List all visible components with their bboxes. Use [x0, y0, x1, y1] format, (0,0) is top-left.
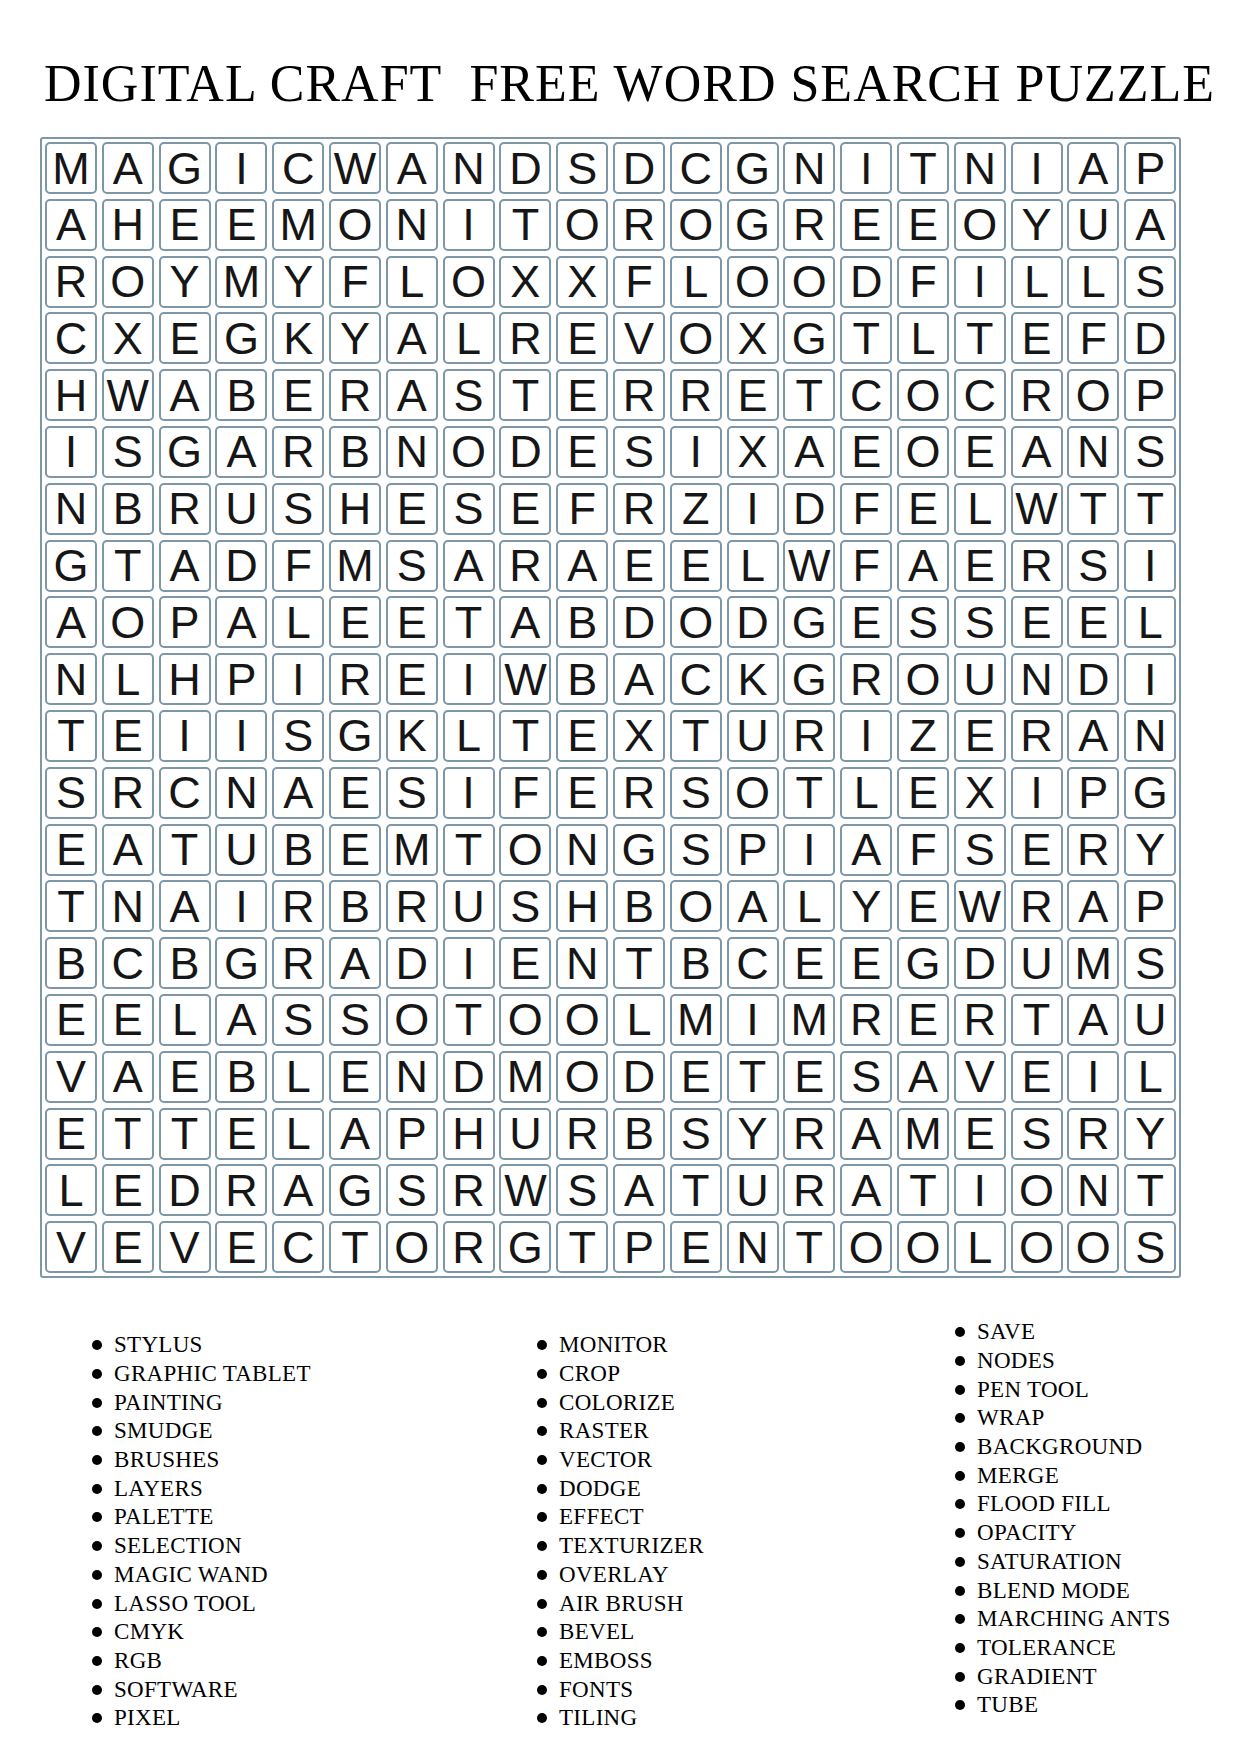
grid-cell-r5c15: C [840, 369, 892, 421]
grid-cell-r13c19: R [1067, 824, 1119, 876]
grid-cell-r3c11: F [613, 256, 665, 308]
grid-cell-r18c16: M [897, 1108, 949, 1160]
grid-cell-r16c4: A [215, 994, 267, 1046]
grid-cell-r3c3: Y [159, 256, 211, 308]
grid-cell-r15c7: D [386, 937, 438, 989]
grid-cell-r14c1: T [45, 880, 97, 932]
word-label: LASSO TOOL [114, 1591, 256, 1617]
grid-cell-r13c8: T [443, 824, 495, 876]
word-label: CMYK [114, 1619, 184, 1645]
grid-cell-r15c16: G [897, 937, 949, 989]
grid-cell-r19c1: L [45, 1164, 97, 1216]
grid-cell-r13c17: S [954, 824, 1006, 876]
grid-cell-r5c3: A [159, 369, 211, 421]
grid-cell-r18c9: U [499, 1108, 551, 1160]
grid-cell-r8c3: A [159, 540, 211, 592]
grid-cell-r12c10: E [556, 767, 608, 819]
grid-cell-r15c6: A [329, 937, 381, 989]
grid-cell-r2c2: H [102, 199, 154, 251]
grid-cell-r14c7: R [386, 880, 438, 932]
grid-cell-r1c9: D [499, 142, 551, 194]
grid-cell-r15c9: E [499, 937, 551, 989]
grid-cell-r4c10: E [556, 312, 608, 364]
grid-cell-r6c16: O [897, 426, 949, 478]
page-title: DIGITAL CRAFT FREE WORD SEARCH PUZZLE [44, 54, 1215, 113]
grid-cell-r8c14: W [783, 540, 835, 592]
grid-cell-r15c2: C [102, 937, 154, 989]
grid-cell-r12c6: E [329, 767, 381, 819]
word-label: TEXTURIZER [559, 1533, 704, 1559]
word-label: BRUSHES [114, 1447, 220, 1473]
grid-cell-r2c19: U [1067, 199, 1119, 251]
grid-cell-r16c17: R [954, 994, 1006, 1046]
bullet-icon [537, 1398, 547, 1408]
grid-cell-r6c2: S [102, 426, 154, 478]
grid-cell-r10c1: N [45, 653, 97, 705]
grid-cell-r2c3: E [159, 199, 211, 251]
grid-cell-r1c19: A [1067, 142, 1119, 194]
word-list-item: SAVE [955, 1318, 1171, 1347]
grid-cell-r19c8: R [443, 1164, 495, 1216]
grid-cell-r18c20: Y [1124, 1108, 1176, 1160]
grid-cell-r6c5: R [272, 426, 324, 478]
grid-cell-r11c16: Z [897, 710, 949, 762]
grid-cell-r10c6: R [329, 653, 381, 705]
bullet-icon [537, 1426, 547, 1436]
grid-cell-r16c13: I [727, 994, 779, 1046]
grid-cell-r5c20: P [1124, 369, 1176, 421]
grid-cell-r13c18: E [1011, 824, 1063, 876]
grid-cell-r4c12: O [670, 312, 722, 364]
word-list-column-2: MONITORCROPCOLORIZERASTERVECTORDODGEEFFE… [537, 1331, 704, 1733]
grid-cell-r16c12: M [670, 994, 722, 1046]
grid-cell-r9c4: A [215, 596, 267, 648]
grid-cell-r6c4: A [215, 426, 267, 478]
grid-cell-r9c2: O [102, 596, 154, 648]
bullet-icon [537, 1713, 547, 1723]
grid-cell-r19c14: R [783, 1164, 835, 1216]
grid-cell-r17c11: D [613, 1051, 665, 1103]
word-list-item: EMBOSS [537, 1647, 704, 1676]
grid-cell-r2c9: T [499, 199, 551, 251]
word-label: COLORIZE [559, 1390, 675, 1416]
grid-cell-r1c8: N [443, 142, 495, 194]
grid-cell-r10c17: U [954, 653, 1006, 705]
grid-cell-r10c15: R [840, 653, 892, 705]
grid-cell-r17c18: E [1011, 1051, 1063, 1103]
word-list-item: MAGIC WAND [92, 1561, 311, 1590]
grid-cell-r9c1: A [45, 596, 97, 648]
grid-cell-r18c6: A [329, 1108, 381, 1160]
grid-cell-r6c1: I [45, 426, 97, 478]
grid-cell-r6c13: X [727, 426, 779, 478]
grid-cell-r17c10: O [556, 1051, 608, 1103]
grid-cell-r11c5: S [272, 710, 324, 762]
grid-cell-r5c16: O [897, 369, 949, 421]
bullet-icon [92, 1541, 102, 1551]
grid-cell-r19c18: O [1011, 1164, 1063, 1216]
grid-cell-r5c19: O [1067, 369, 1119, 421]
word-label: MONITOR [559, 1332, 668, 1358]
grid-cell-r20c15: O [840, 1221, 892, 1273]
grid-cell-r10c9: W [499, 653, 551, 705]
grid-cell-r3c9: X [499, 256, 551, 308]
word-list-item: SMUDGE [92, 1417, 311, 1446]
grid-cell-r13c1: E [45, 824, 97, 876]
word-list-item: LAYERS [92, 1474, 311, 1503]
word-list-column-1: STYLUSGRAPHIC TABLETPAINTINGSMUDGEBRUSHE… [92, 1331, 311, 1733]
grid-cell-r17c8: D [443, 1051, 495, 1103]
grid-cell-r16c20: U [1124, 994, 1176, 1046]
grid-cell-r17c2: A [102, 1051, 154, 1103]
grid-cell-r11c10: E [556, 710, 608, 762]
bullet-icon [92, 1455, 102, 1465]
grid-cell-r6c15: E [840, 426, 892, 478]
bullet-icon [955, 1586, 965, 1596]
grid-cell-r10c3: H [159, 653, 211, 705]
grid-cell-r9c18: E [1011, 596, 1063, 648]
grid-cell-r4c5: K [272, 312, 324, 364]
bullet-icon [537, 1599, 547, 1609]
grid-cell-r7c18: W [1011, 483, 1063, 535]
grid-cell-r5c2: W [102, 369, 154, 421]
grid-cell-r1c18: I [1011, 142, 1063, 194]
word-label: GRADIENT [977, 1664, 1097, 1690]
grid-cell-r9c6: E [329, 596, 381, 648]
grid-cell-r1c1: M [45, 142, 97, 194]
grid-cell-r3c4: M [215, 256, 267, 308]
grid-cell-r2c10: O [556, 199, 608, 251]
grid-cell-r8c17: E [954, 540, 1006, 592]
bullet-icon [955, 1327, 965, 1337]
grid-cell-r9c5: L [272, 596, 324, 648]
grid-cell-r1c2: A [102, 142, 154, 194]
grid-cell-r14c17: W [954, 880, 1006, 932]
word-list-item: MONITOR [537, 1331, 704, 1360]
grid-cell-r7c5: S [272, 483, 324, 535]
bullet-icon [955, 1528, 965, 1538]
grid-cell-r9c13: D [727, 596, 779, 648]
grid-cell-r10c11: A [613, 653, 665, 705]
grid-cell-r10c2: L [102, 653, 154, 705]
grid-cell-r1c14: N [783, 142, 835, 194]
grid-cell-r18c7: P [386, 1108, 438, 1160]
word-list-item: OPACITY [955, 1519, 1171, 1548]
word-list-item: MERGE [955, 1461, 1171, 1490]
grid-cell-r10c20: I [1124, 653, 1176, 705]
grid-cell-r12c9: F [499, 767, 551, 819]
grid-cell-r19c12: T [670, 1164, 722, 1216]
grid-cell-r12c5: A [272, 767, 324, 819]
grid-cell-r18c11: B [613, 1108, 665, 1160]
grid-cell-r15c19: M [1067, 937, 1119, 989]
grid-cell-r1c11: D [613, 142, 665, 194]
grid-cell-r16c1: E [45, 994, 97, 1046]
grid-cell-r9c7: E [386, 596, 438, 648]
grid-cell-r4c18: E [1011, 312, 1063, 364]
grid-cell-r10c16: O [897, 653, 949, 705]
grid-cell-r18c5: L [272, 1108, 324, 1160]
grid-cell-r5c7: A [386, 369, 438, 421]
grid-cell-r16c16: E [897, 994, 949, 1046]
grid-cell-r1c5: C [272, 142, 324, 194]
grid-cell-r5c8: S [443, 369, 495, 421]
grid-cell-r18c17: E [954, 1108, 1006, 1160]
grid-cell-r18c18: S [1011, 1108, 1063, 1160]
grid-cell-r3c15: D [840, 256, 892, 308]
grid-cell-r7c19: T [1067, 483, 1119, 535]
grid-cell-r2c8: I [443, 199, 495, 251]
grid-cell-r20c20: S [1124, 1221, 1176, 1273]
grid-cell-r16c15: R [840, 994, 892, 1046]
grid-cell-r10c12: C [670, 653, 722, 705]
grid-cell-r16c3: L [159, 994, 211, 1046]
word-label: SMUDGE [114, 1418, 213, 1444]
grid-cell-r2c13: G [727, 199, 779, 251]
bullet-icon [537, 1512, 547, 1522]
grid-cell-r13c2: A [102, 824, 154, 876]
bullet-icon [92, 1369, 102, 1379]
grid-cell-r4c16: L [897, 312, 949, 364]
grid-cell-r8c15: F [840, 540, 892, 592]
grid-cell-r5c13: E [727, 369, 779, 421]
grid-cell-r5c10: E [556, 369, 608, 421]
grid-cell-r3c5: Y [272, 256, 324, 308]
grid-cell-r8c8: A [443, 540, 495, 592]
word-label: TUBE [977, 1692, 1038, 1718]
word-label: WRAP [977, 1405, 1045, 1431]
grid-cell-r4c14: G [783, 312, 835, 364]
bullet-icon [92, 1685, 102, 1695]
grid-cell-r15c10: N [556, 937, 608, 989]
grid-cell-r3c14: O [783, 256, 835, 308]
bullet-icon [92, 1599, 102, 1609]
grid-cell-r10c10: B [556, 653, 608, 705]
grid-cell-r17c6: E [329, 1051, 381, 1103]
grid-cell-r11c7: K [386, 710, 438, 762]
grid-cell-r19c7: S [386, 1164, 438, 1216]
grid-cell-r6c20: S [1124, 426, 1176, 478]
grid-cell-r17c15: S [840, 1051, 892, 1103]
grid-cell-r12c3: C [159, 767, 211, 819]
bullet-icon [955, 1385, 965, 1395]
grid-cell-r1c20: P [1124, 142, 1176, 194]
grid-cell-r18c3: T [159, 1108, 211, 1160]
word-list-item: BACKGROUND [955, 1433, 1171, 1462]
word-list-column-3: SAVENODESPEN TOOLWRAPBACKGROUNDMERGEFLOO… [955, 1318, 1171, 1720]
grid-cell-r10c8: I [443, 653, 495, 705]
word-list-item: TEXTURIZER [537, 1532, 704, 1561]
grid-cell-r19c13: U [727, 1164, 779, 1216]
grid-cell-r10c4: P [215, 653, 267, 705]
grid-cell-r17c16: A [897, 1051, 949, 1103]
grid-cell-r11c12: T [670, 710, 722, 762]
word-label: CROP [559, 1361, 620, 1387]
grid-cell-r11c4: I [215, 710, 267, 762]
grid-cell-r2c16: E [897, 199, 949, 251]
grid-cell-r19c5: A [272, 1164, 324, 1216]
grid-cell-r11c1: T [45, 710, 97, 762]
grid-cell-r20c3: V [159, 1221, 211, 1273]
grid-cell-r4c2: X [102, 312, 154, 364]
grid-cell-r7c11: R [613, 483, 665, 535]
grid-cell-r7c1: N [45, 483, 97, 535]
grid-cell-r18c12: S [670, 1108, 722, 1160]
grid-cell-r8c1: G [45, 540, 97, 592]
word-list-item: COLORIZE [537, 1388, 704, 1417]
grid-cell-r3c7: L [386, 256, 438, 308]
grid-cell-r20c4: E [215, 1221, 267, 1273]
grid-cell-r11c3: I [159, 710, 211, 762]
grid-cell-r15c3: B [159, 937, 211, 989]
word-list-item: PALETTE [92, 1503, 311, 1532]
grid-cell-r19c9: W [499, 1164, 551, 1216]
word-list-item: BRUSHES [92, 1446, 311, 1475]
grid-cell-r19c17: I [954, 1164, 1006, 1216]
grid-cell-r14c2: N [102, 880, 154, 932]
grid-cell-r17c13: T [727, 1051, 779, 1103]
word-label: MERGE [977, 1463, 1059, 1489]
grid-cell-r12c11: R [613, 767, 665, 819]
word-search-grid: MAGICWANDSDCGNITNIAPAHEEMONITOROGREEOYUA… [40, 137, 1181, 1278]
grid-cell-r20c16: O [897, 1221, 949, 1273]
bullet-icon [537, 1369, 547, 1379]
grid-cell-r6c12: I [670, 426, 722, 478]
grid-cell-r8c10: A [556, 540, 608, 592]
grid-cell-r16c18: T [1011, 994, 1063, 1046]
grid-cell-r17c3: E [159, 1051, 211, 1103]
word-label: MARCHING ANTS [977, 1606, 1171, 1632]
grid-cell-r9c11: D [613, 596, 665, 648]
word-label: BEVEL [559, 1619, 635, 1645]
word-label: VECTOR [559, 1447, 652, 1473]
grid-cell-r2c7: N [386, 199, 438, 251]
grid-cell-r9c8: T [443, 596, 495, 648]
bullet-icon [92, 1570, 102, 1580]
grid-cell-r8c16: A [897, 540, 949, 592]
grid-cell-r12c12: S [670, 767, 722, 819]
grid-cell-r14c11: B [613, 880, 665, 932]
grid-cell-r5c11: R [613, 369, 665, 421]
grid-cell-r11c9: T [499, 710, 551, 762]
grid-cell-r15c12: B [670, 937, 722, 989]
bullet-icon [92, 1627, 102, 1637]
grid-cell-r7c15: F [840, 483, 892, 535]
word-label: GRAPHIC TABLET [114, 1361, 311, 1387]
word-list-item: SELECTION [92, 1532, 311, 1561]
grid-cell-r15c11: T [613, 937, 665, 989]
word-label: OPACITY [977, 1520, 1077, 1546]
grid-cell-r13c15: A [840, 824, 892, 876]
word-list-item: PIXEL [92, 1704, 311, 1733]
grid-cell-r4c13: X [727, 312, 779, 364]
bullet-icon [955, 1614, 965, 1624]
grid-cell-r1c16: T [897, 142, 949, 194]
grid-cell-r17c20: L [1124, 1051, 1176, 1103]
bullet-icon [537, 1455, 547, 1465]
grid-cell-r9c20: L [1124, 596, 1176, 648]
grid-cell-r13c7: M [386, 824, 438, 876]
grid-cell-r4c19: F [1067, 312, 1119, 364]
grid-cell-r20c19: O [1067, 1221, 1119, 1273]
grid-cell-r8c18: R [1011, 540, 1063, 592]
word-label: BACKGROUND [977, 1434, 1142, 1460]
grid-cell-r8c12: E [670, 540, 722, 592]
grid-cell-r10c7: E [386, 653, 438, 705]
grid-cell-r2c11: R [613, 199, 665, 251]
grid-cell-r13c6: E [329, 824, 381, 876]
word-list-item: SATURATION [955, 1548, 1171, 1577]
grid-cell-r20c17: L [954, 1221, 1006, 1273]
grid-cell-r18c4: E [215, 1108, 267, 1160]
word-label: NODES [977, 1348, 1055, 1374]
grid-cell-r14c9: S [499, 880, 551, 932]
word-label: SATURATION [977, 1549, 1122, 1575]
grid-cell-r14c5: R [272, 880, 324, 932]
grid-cell-r20c13: N [727, 1221, 779, 1273]
grid-cell-r13c3: T [159, 824, 211, 876]
grid-cell-r12c7: S [386, 767, 438, 819]
word-label: TILING [559, 1705, 637, 1731]
grid-cell-r15c1: B [45, 937, 97, 989]
word-label: EFFECT [559, 1504, 644, 1530]
grid-cell-r3c19: L [1067, 256, 1119, 308]
grid-cell-r9c10: B [556, 596, 608, 648]
grid-cell-r6c17: E [954, 426, 1006, 478]
word-list-item: EFFECT [537, 1503, 704, 1532]
grid-cell-r1c15: I [840, 142, 892, 194]
grid-cell-r7c9: E [499, 483, 551, 535]
grid-cell-r3c20: S [1124, 256, 1176, 308]
word-list-item: CMYK [92, 1618, 311, 1647]
word-label: TOLERANCE [977, 1635, 1116, 1661]
grid-cell-r11c13: U [727, 710, 779, 762]
word-list-item: BLEND MODE [955, 1576, 1171, 1605]
grid-cell-r13c4: U [215, 824, 267, 876]
grid-cell-r15c20: S [1124, 937, 1176, 989]
grid-cell-r4c20: D [1124, 312, 1176, 364]
grid-cell-r8c5: F [272, 540, 324, 592]
grid-cell-r6c8: O [443, 426, 495, 478]
grid-cell-r7c14: D [783, 483, 835, 535]
word-list-item: AIR BRUSH [537, 1589, 704, 1618]
bullet-icon [537, 1484, 547, 1494]
grid-cell-r15c15: E [840, 937, 892, 989]
grid-cell-r18c14: R [783, 1108, 835, 1160]
grid-cell-r8c20: I [1124, 540, 1176, 592]
word-label: SELECTION [114, 1533, 242, 1559]
grid-cell-r14c14: L [783, 880, 835, 932]
bullet-icon [92, 1713, 102, 1723]
grid-cell-r9c15: E [840, 596, 892, 648]
word-list-item: PEN TOOL [955, 1375, 1171, 1404]
word-list-item: DODGE [537, 1474, 704, 1503]
grid-cell-r3c12: L [670, 256, 722, 308]
word-label: PIXEL [114, 1705, 181, 1731]
word-label: LAYERS [114, 1476, 203, 1502]
word-list-item: VECTOR [537, 1446, 704, 1475]
word-list-item: TOLERANCE [955, 1634, 1171, 1663]
grid-cell-r9c14: G [783, 596, 835, 648]
grid-cell-r19c4: R [215, 1164, 267, 1216]
word-list-item: STYLUS [92, 1331, 311, 1360]
grid-cell-r6c9: D [499, 426, 551, 478]
grid-cell-r15c18: U [1011, 937, 1063, 989]
word-label: EMBOSS [559, 1648, 653, 1674]
grid-cell-r13c13: P [727, 824, 779, 876]
grid-cell-r5c14: T [783, 369, 835, 421]
grid-cell-r12c15: L [840, 767, 892, 819]
